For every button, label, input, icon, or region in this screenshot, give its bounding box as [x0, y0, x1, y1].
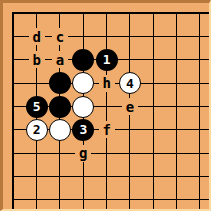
board-cell-r6c8: [165, 118, 188, 141]
move-number: 2: [33, 123, 41, 136]
board-cell-r2c2: d: [25, 25, 48, 48]
board-cell-r2c6: [118, 25, 141, 48]
board-cell-r7c4: g: [72, 142, 95, 165]
board-cell-r5c4: [72, 95, 95, 118]
board-cell-r2c4: [72, 25, 95, 48]
board-cell-r8c5: [95, 165, 118, 188]
white-stone: 4: [119, 72, 141, 94]
black-stone: [72, 49, 94, 71]
board-cell-r8c1: [2, 165, 25, 188]
board-cell-r9c8: [165, 188, 188, 211]
board-cell-r7c8: [165, 142, 188, 165]
board-cell-r2c9: [188, 25, 211, 48]
white-stone: [49, 119, 71, 141]
point-label: e: [122, 98, 138, 115]
black-stone: [49, 72, 71, 94]
board-cell-r3c1: [2, 48, 25, 71]
board-cell-r4c8: [165, 72, 188, 95]
board-cell-r5c2: 5: [25, 95, 48, 118]
board-cell-r7c2: [25, 142, 48, 165]
point-label: c: [52, 28, 68, 45]
board-cell-r7c5: [95, 142, 118, 165]
board-cell-r5c1: [2, 95, 25, 118]
black-stone: 1: [96, 49, 118, 71]
board-cell-r4c3: [48, 72, 71, 95]
board-cell-r7c6: [118, 142, 141, 165]
board-cell-r4c1: [2, 72, 25, 95]
board-cell-r9c3: [48, 188, 71, 211]
board-cell-r6c7: [142, 118, 165, 141]
board-cell-r4c5: h: [95, 72, 118, 95]
board-cell-r9c1: [2, 188, 25, 211]
board-cell-r6c6: [118, 118, 141, 141]
board-cell-r9c2: [25, 188, 48, 211]
white-stone: [72, 72, 94, 94]
board-cell-r7c7: [142, 142, 165, 165]
move-number: 1: [103, 53, 111, 66]
black-stone: 5: [26, 96, 48, 118]
board-cell-r3c6: [118, 48, 141, 71]
board-cell-r6c3: [48, 118, 71, 141]
board-cell-r3c2: b: [25, 48, 48, 71]
go-board-diagram: dcba1h45e23fg: [0, 0, 211, 211]
board-cell-r6c1: [2, 118, 25, 141]
white-stone: 2: [26, 119, 48, 141]
board-cell-r2c7: [142, 25, 165, 48]
board-cell-r5c7: [142, 95, 165, 118]
board-cell-r1c7: [142, 2, 165, 25]
board-cell-r2c3: c: [48, 25, 71, 48]
board-cell-r5c3: [48, 95, 71, 118]
black-stone: 3: [72, 119, 94, 141]
board-cell-r5c6: e: [118, 95, 141, 118]
board-cell-r3c7: [142, 48, 165, 71]
board-cell-r4c6: 4: [118, 72, 141, 95]
board-cell-r6c2: 2: [25, 118, 48, 141]
board-cell-r6c9: [188, 118, 211, 141]
board-cell-r1c8: [165, 2, 188, 25]
board-cell-r1c6: [118, 2, 141, 25]
board-cell-r6c4: 3: [72, 118, 95, 141]
board-cell-r3c5: 1: [95, 48, 118, 71]
board-cell-r7c1: [2, 142, 25, 165]
board-cell-r7c3: [48, 142, 71, 165]
board-cell-r5c5: [95, 95, 118, 118]
point-label: d: [29, 28, 45, 45]
board-cell-r5c8: [165, 95, 188, 118]
board-cell-r4c4: [72, 72, 95, 95]
board-cell-r1c1: [2, 2, 25, 25]
board-cell-r8c8: [165, 165, 188, 188]
board-cell-r4c2: [25, 72, 48, 95]
move-number: 5: [33, 100, 41, 113]
board-cell-r8c3: [48, 165, 71, 188]
board-cell-r1c3: [48, 2, 71, 25]
board-cell-r9c5: [95, 188, 118, 211]
board-cell-r4c9: [188, 72, 211, 95]
board-cell-r3c8: [165, 48, 188, 71]
board-cell-r3c3: a: [48, 48, 71, 71]
board-cell-r3c4: [72, 48, 95, 71]
board-cell-r2c1: [2, 25, 25, 48]
board-cell-r2c8: [165, 25, 188, 48]
point-label: b: [29, 51, 45, 68]
board-cell-r1c2: [25, 2, 48, 25]
board-cell-r9c6: [118, 188, 141, 211]
board-cell-r8c9: [188, 165, 211, 188]
black-stone: [49, 96, 71, 118]
board-cell-r8c6: [118, 165, 141, 188]
board-cell-r5c9: [188, 95, 211, 118]
point-label: g: [75, 145, 91, 162]
board-cell-r9c7: [142, 188, 165, 211]
board-cell-r9c4: [72, 188, 95, 211]
board-cell-r1c4: [72, 2, 95, 25]
board-cell-r8c2: [25, 165, 48, 188]
board-cell-r3c9: [188, 48, 211, 71]
move-number: 4: [126, 77, 134, 90]
board-cell-r6c5: f: [95, 118, 118, 141]
board-cell-r8c7: [142, 165, 165, 188]
board-intersections: dcba1h45e23fg: [2, 2, 211, 211]
white-stone: [72, 96, 94, 118]
board-cell-r9c9: [188, 188, 211, 211]
board-cell-r2c5: [95, 25, 118, 48]
point-label: a: [52, 51, 68, 68]
point-label: f: [99, 121, 115, 138]
board-cell-r4c7: [142, 72, 165, 95]
board-cell-r8c4: [72, 165, 95, 188]
board-cell-r1c5: [95, 2, 118, 25]
move-number: 3: [79, 123, 87, 136]
point-label: h: [99, 75, 115, 92]
board-cell-r7c9: [188, 142, 211, 165]
board-cell-r1c9: [188, 2, 211, 25]
